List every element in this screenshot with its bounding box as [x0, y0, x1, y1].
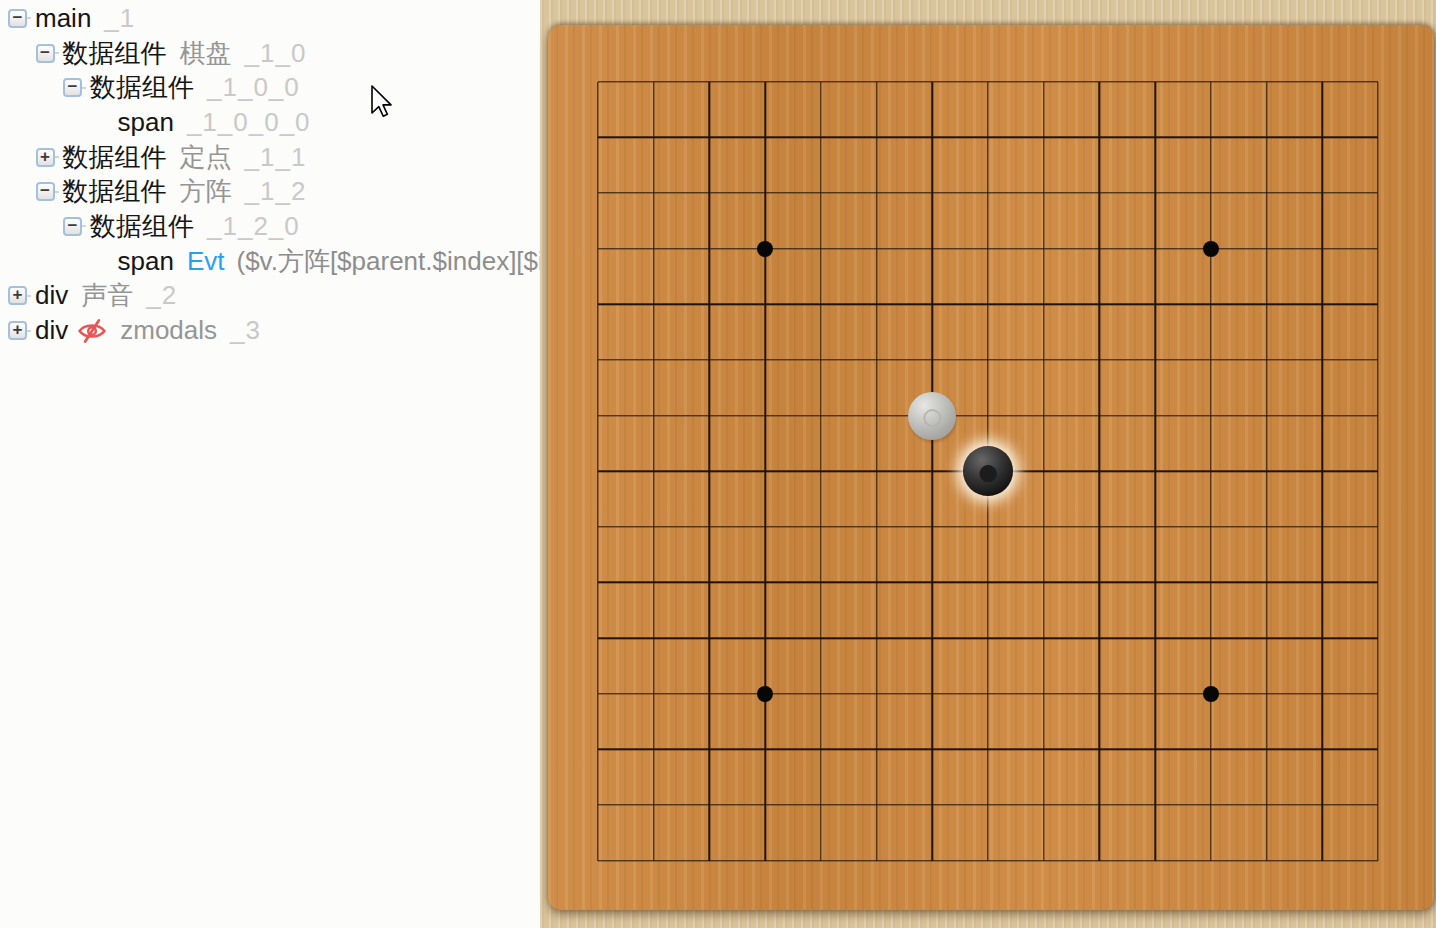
board-intersection[interactable]: [1239, 276, 1295, 332]
board-intersection[interactable]: [1350, 165, 1406, 221]
board-intersection[interactable]: [793, 54, 849, 110]
board-intersection[interactable]: [1016, 666, 1072, 722]
board-intersection[interactable]: [793, 276, 849, 332]
board-intersection[interactable]: [904, 332, 960, 388]
board-intersection[interactable]: [793, 499, 849, 555]
board-intersection[interactable]: [1072, 332, 1128, 388]
board-intersection[interactable]: [626, 722, 682, 778]
board-intersection[interactable]: [960, 499, 1016, 555]
board-intersection[interactable]: [793, 388, 849, 444]
star-point: [1203, 241, 1219, 257]
collapse-icon[interactable]: [63, 217, 82, 236]
board-intersection[interactable]: [904, 276, 960, 332]
board-intersection[interactable]: [737, 54, 793, 110]
board-intersection[interactable]: [904, 165, 960, 221]
board-intersection[interactable]: [793, 332, 849, 388]
node-id: _1_0_0_0: [187, 107, 311, 138]
board-intersection[interactable]: [1239, 221, 1295, 277]
board-intersection[interactable]: [1072, 54, 1128, 110]
board-intersection[interactable]: [570, 221, 626, 277]
board-intersection[interactable]: [1183, 276, 1239, 332]
tree-row[interactable]: 数据组件棋盘_1_0: [0, 36, 540, 71]
board-intersection[interactable]: [1239, 777, 1295, 833]
board-intersection[interactable]: [960, 276, 1016, 332]
board-intersection[interactable]: [1183, 443, 1239, 499]
board-intersection[interactable]: [904, 777, 960, 833]
board-intersection[interactable]: [682, 610, 738, 666]
board-intersection[interactable]: [849, 610, 905, 666]
board-intersection[interactable]: [570, 443, 626, 499]
board-intersection[interactable]: [1350, 110, 1406, 166]
board-intersection[interactable]: [737, 499, 793, 555]
board-intersection[interactable]: [626, 555, 682, 611]
board-intersection[interactable]: [849, 388, 905, 444]
board-intersection[interactable]: ●: [960, 443, 1016, 499]
board-intersection[interactable]: [626, 833, 682, 889]
board-intersection[interactable]: [1127, 555, 1183, 611]
board-intersection[interactable]: [682, 443, 738, 499]
board-intersection[interactable]: [1127, 722, 1183, 778]
board-intersection[interactable]: [737, 110, 793, 166]
board-intersection[interactable]: [1016, 110, 1072, 166]
node-id: _3: [230, 315, 261, 346]
board-intersection[interactable]: [1294, 555, 1350, 611]
board-intersection[interactable]: [1127, 276, 1183, 332]
board-intersection[interactable]: [849, 443, 905, 499]
board-intersection[interactable]: [1239, 388, 1295, 444]
board-intersection[interactable]: [1127, 110, 1183, 166]
board-intersection[interactable]: [1239, 110, 1295, 166]
board-intersection[interactable]: [1127, 54, 1183, 110]
board-intersection[interactable]: [1127, 666, 1183, 722]
board-intersection[interactable]: [737, 610, 793, 666]
board-intersection[interactable]: [737, 165, 793, 221]
board-intersection[interactable]: [1239, 499, 1295, 555]
node-id: _1_0_0: [207, 72, 300, 103]
board-intersection[interactable]: [682, 666, 738, 722]
board-intersection[interactable]: [1016, 54, 1072, 110]
board-intersection[interactable]: [1183, 722, 1239, 778]
board-intersection[interactable]: [960, 54, 1016, 110]
board-intersection[interactable]: [626, 332, 682, 388]
board-intersection[interactable]: [1294, 777, 1350, 833]
node-tag: main: [35, 3, 91, 34]
board-intersection[interactable]: [849, 165, 905, 221]
board-intersection[interactable]: [904, 499, 960, 555]
tree-row[interactable]: span_1_0_0_0: [0, 105, 540, 140]
collapse-icon[interactable]: [36, 182, 55, 201]
board-intersection[interactable]: [1016, 165, 1072, 221]
board-intersection[interactable]: [1183, 555, 1239, 611]
board-intersection[interactable]: [626, 110, 682, 166]
tree-row[interactable]: 数据组件定点_1_1: [0, 140, 540, 175]
board-intersection[interactable]: [1072, 499, 1128, 555]
board-intersection[interactable]: [682, 332, 738, 388]
board-intersection[interactable]: [1350, 610, 1406, 666]
board-intersection[interactable]: [737, 443, 793, 499]
board-intersection[interactable]: [849, 221, 905, 277]
board-intersection[interactable]: [737, 221, 793, 277]
board-intersection[interactable]: [1072, 276, 1128, 332]
board-intersection[interactable]: [682, 221, 738, 277]
collapse-icon[interactable]: [8, 9, 27, 28]
collapse-icon[interactable]: [36, 44, 55, 63]
board-intersection[interactable]: [1127, 443, 1183, 499]
goban-board: ○●: [548, 25, 1434, 910]
board-intersection[interactable]: [1183, 388, 1239, 444]
node-tag: 数据组件: [90, 70, 194, 105]
board-intersection[interactable]: ○: [904, 388, 960, 444]
board-intersection[interactable]: [1294, 610, 1350, 666]
node-tag: 数据组件: [90, 209, 194, 244]
board-intersection[interactable]: [737, 332, 793, 388]
board-intersection[interactable]: [626, 666, 682, 722]
star-point: [757, 686, 773, 702]
board-intersection[interactable]: [1016, 388, 1072, 444]
board-intersection[interactable]: [1294, 722, 1350, 778]
board-intersection[interactable]: [570, 276, 626, 332]
board-intersection[interactable]: [849, 833, 905, 889]
board-intersection[interactable]: [570, 388, 626, 444]
node-tag: span: [118, 107, 174, 138]
tree-row[interactable]: 数据组件_1_2_0: [0, 209, 540, 244]
node-id: _1_2_0: [207, 211, 300, 242]
black-stone: ●: [963, 446, 1013, 496]
board-intersection[interactable]: [626, 165, 682, 221]
board-intersection[interactable]: [626, 54, 682, 110]
node-event-tag: Evt: [187, 246, 225, 277]
board-intersection[interactable]: [1350, 221, 1406, 277]
board-intersection[interactable]: [960, 332, 1016, 388]
board-intersection[interactable]: [1072, 777, 1128, 833]
board-intersection[interactable]: [570, 833, 626, 889]
board-intersection[interactable]: [1127, 499, 1183, 555]
board-intersection[interactable]: [1016, 221, 1072, 277]
board-intersection[interactable]: [570, 722, 626, 778]
board-intersection[interactable]: [1294, 833, 1350, 889]
node-id: _1_2: [245, 176, 307, 207]
board-intersection[interactable]: [1072, 165, 1128, 221]
board-stage: ○●: [540, 0, 1436, 928]
tree-row[interactable]: div声音_2: [0, 279, 540, 314]
board-intersection[interactable]: [570, 54, 626, 110]
board-intersection[interactable]: [682, 165, 738, 221]
board-intersection[interactable]: [1183, 499, 1239, 555]
board-intersection[interactable]: [904, 722, 960, 778]
node-id: _1_1: [245, 142, 307, 173]
mouse-cursor-icon: [371, 85, 393, 119]
node-id: _1: [104, 3, 135, 34]
tree-row[interactable]: spanEvt($v.方阵[$parent.$index][$in: [0, 244, 540, 279]
board-intersection[interactable]: [904, 221, 960, 277]
star-point: [757, 241, 773, 257]
board-intersection[interactable]: [793, 110, 849, 166]
board-intersection[interactable]: [793, 165, 849, 221]
node-tag: 数据组件: [63, 36, 167, 71]
board-intersection[interactable]: [570, 332, 626, 388]
board-intersection[interactable]: [1127, 332, 1183, 388]
board-intersection[interactable]: [793, 555, 849, 611]
board-intersection[interactable]: [1350, 833, 1406, 889]
board-intersection[interactable]: [1072, 722, 1128, 778]
node-tag: 数据组件: [63, 174, 167, 209]
board-intersection[interactable]: [1350, 332, 1406, 388]
board-intersection[interactable]: [1239, 165, 1295, 221]
board-intersection[interactable]: [1072, 666, 1128, 722]
node-id: _1_0: [245, 38, 307, 69]
board-intersection[interactable]: [737, 722, 793, 778]
board-intersection[interactable]: [849, 722, 905, 778]
board-intersection[interactable]: [1183, 833, 1239, 889]
board-intersection[interactable]: [682, 833, 738, 889]
board-intersection[interactable]: [1127, 165, 1183, 221]
board-intersection[interactable]: [1127, 388, 1183, 444]
board-intersection[interactable]: [849, 555, 905, 611]
board-intersection[interactable]: [737, 666, 793, 722]
board-intersection[interactable]: [960, 666, 1016, 722]
node-tag: div: [35, 280, 68, 311]
board-intersection[interactable]: [570, 777, 626, 833]
board-intersection[interactable]: [1350, 666, 1406, 722]
board-intersection[interactable]: [1350, 54, 1406, 110]
board-intersection[interactable]: [682, 499, 738, 555]
expand-icon[interactable]: [36, 148, 55, 167]
board-intersection[interactable]: [1183, 777, 1239, 833]
board-intersection[interactable]: [793, 610, 849, 666]
board-intersection[interactable]: [904, 54, 960, 110]
board-intersection[interactable]: [1072, 443, 1128, 499]
board-intersection[interactable]: [570, 499, 626, 555]
board-intersection[interactable]: [570, 610, 626, 666]
board-intersection[interactable]: [682, 110, 738, 166]
board-intersection[interactable]: [960, 221, 1016, 277]
board-intersection[interactable]: [1183, 110, 1239, 166]
board-intersection[interactable]: [1350, 722, 1406, 778]
board-intersection[interactable]: [1183, 666, 1239, 722]
board-intersection[interactable]: [904, 110, 960, 166]
board-intersection[interactable]: [682, 388, 738, 444]
node-label: 棋盘: [180, 36, 232, 71]
board-intersection[interactable]: [1183, 332, 1239, 388]
board-intersection[interactable]: [1016, 610, 1072, 666]
board-intersection[interactable]: [737, 833, 793, 889]
board-intersection[interactable]: [1072, 833, 1128, 889]
board-intersection[interactable]: [1072, 221, 1128, 277]
board-intersection[interactable]: [737, 388, 793, 444]
board-intersection[interactable]: [682, 276, 738, 332]
board-intersection[interactable]: [570, 165, 626, 221]
board-intersection[interactable]: [793, 722, 849, 778]
board-intersection[interactable]: [626, 499, 682, 555]
board-intersection[interactable]: [1294, 221, 1350, 277]
board-intersection[interactable]: [1016, 722, 1072, 778]
board-intersection[interactable]: [1072, 388, 1128, 444]
board-intersection[interactable]: [1294, 666, 1350, 722]
board-intersection[interactable]: [960, 110, 1016, 166]
board-intersection[interactable]: [1350, 276, 1406, 332]
node-label: 方阵: [180, 174, 232, 209]
board-intersection[interactable]: [737, 276, 793, 332]
board-intersection[interactable]: [737, 555, 793, 611]
board-intersection[interactable]: [849, 777, 905, 833]
board-intersection[interactable]: [1294, 165, 1350, 221]
expand-icon[interactable]: [8, 286, 27, 305]
board-intersection[interactable]: [960, 555, 1016, 611]
board-intersection[interactable]: [1072, 610, 1128, 666]
board-intersection[interactable]: [1016, 276, 1072, 332]
node-id: _2: [146, 280, 177, 311]
collapse-icon[interactable]: [63, 78, 82, 97]
white-stone: ○: [908, 392, 956, 440]
board-intersection[interactable]: [960, 165, 1016, 221]
board-intersection[interactable]: [682, 722, 738, 778]
board-intersection[interactable]: [1350, 499, 1406, 555]
board-intersection[interactable]: [1294, 276, 1350, 332]
board-intersection[interactable]: [960, 833, 1016, 889]
board-intersection[interactable]: [849, 499, 905, 555]
board-intersection[interactable]: [793, 833, 849, 889]
board-intersection[interactable]: [1127, 221, 1183, 277]
board-intersection[interactable]: [793, 777, 849, 833]
board-intersection[interactable]: [1294, 443, 1350, 499]
node-label: zmodals: [120, 315, 217, 346]
board-intersection[interactable]: [1239, 610, 1295, 666]
board-intersection[interactable]: [960, 722, 1016, 778]
board-intersection[interactable]: [849, 276, 905, 332]
board-intersection[interactable]: [904, 610, 960, 666]
node-tag: div: [35, 315, 68, 346]
board-intersection[interactable]: [1072, 555, 1128, 611]
board-intersection[interactable]: [1239, 555, 1295, 611]
star-point: [1203, 686, 1219, 702]
board-intersection[interactable]: [1016, 777, 1072, 833]
board-intersection[interactable]: [570, 555, 626, 611]
board-intersection[interactable]: [1350, 555, 1406, 611]
board-intersection[interactable]: [737, 777, 793, 833]
node-tag: 数据组件: [63, 140, 167, 175]
tree-row[interactable]: divzmodals_3: [0, 313, 540, 348]
board-intersection[interactable]: [626, 443, 682, 499]
node-label: 定点: [180, 140, 232, 175]
tree-row[interactable]: 数据组件方阵_1_2: [0, 174, 540, 209]
board-intersection[interactable]: [1183, 221, 1239, 277]
board-intersection[interactable]: [849, 110, 905, 166]
board-intersection[interactable]: [1294, 54, 1350, 110]
board-intersection[interactable]: [904, 833, 960, 889]
board-intersection[interactable]: [1350, 777, 1406, 833]
component-tree: main_1数据组件棋盘_1_0数据组件_1_0_0span_1_0_0_0数据…: [0, 0, 540, 928]
board-intersection[interactable]: [1127, 833, 1183, 889]
board-intersection[interactable]: [1294, 332, 1350, 388]
board-intersection[interactable]: [1294, 499, 1350, 555]
board-intersection[interactable]: [682, 555, 738, 611]
board-intersection[interactable]: [1127, 777, 1183, 833]
tree-row[interactable]: main_1: [0, 1, 540, 36]
board-intersection[interactable]: [1239, 54, 1295, 110]
node-label: 声音: [81, 278, 133, 313]
board-intersection[interactable]: [1127, 610, 1183, 666]
board-intersection[interactable]: [1183, 54, 1239, 110]
node-binding-expression: ($v.方阵[$parent.$index][$in: [236, 244, 540, 279]
board-intersection[interactable]: [960, 610, 1016, 666]
board-intersection[interactable]: [1239, 666, 1295, 722]
board-intersection[interactable]: [904, 443, 960, 499]
board-intersection[interactable]: [682, 777, 738, 833]
board-intersection[interactable]: [1016, 555, 1072, 611]
board-intersection[interactable]: [1016, 443, 1072, 499]
board-intersection[interactable]: [1016, 499, 1072, 555]
board-intersection[interactable]: [960, 388, 1016, 444]
board-intersection[interactable]: [1239, 443, 1295, 499]
board-intersection[interactable]: [849, 332, 905, 388]
board-intersection[interactable]: [1016, 332, 1072, 388]
board-intersection[interactable]: [570, 110, 626, 166]
board-intersection[interactable]: [793, 221, 849, 277]
board-intersection[interactable]: [570, 666, 626, 722]
board-intersection[interactable]: [904, 555, 960, 611]
board-intersection[interactable]: [626, 610, 682, 666]
goban-grid: ○●: [570, 54, 1406, 889]
node-tag: span: [118, 246, 174, 277]
board-intersection[interactable]: [1350, 388, 1406, 444]
board-intersection[interactable]: [1072, 110, 1128, 166]
board-intersection[interactable]: [1016, 833, 1072, 889]
board-intersection[interactable]: [793, 666, 849, 722]
board-intersection[interactable]: [904, 666, 960, 722]
board-intersection[interactable]: [1350, 443, 1406, 499]
board-intersection[interactable]: [682, 54, 738, 110]
board-intersection[interactable]: [849, 54, 905, 110]
board-intersection[interactable]: [626, 276, 682, 332]
board-intersection[interactable]: [626, 388, 682, 444]
tree-row[interactable]: 数据组件_1_0_0: [0, 70, 540, 105]
board-intersection[interactable]: [849, 666, 905, 722]
board-intersection[interactable]: [1183, 610, 1239, 666]
expand-icon[interactable]: [8, 321, 27, 340]
board-intersection[interactable]: [793, 443, 849, 499]
board-intersection[interactable]: [1239, 332, 1295, 388]
board-intersection[interactable]: [1183, 165, 1239, 221]
board-intersection[interactable]: [960, 777, 1016, 833]
board-intersection[interactable]: [626, 777, 682, 833]
board-intersection[interactable]: [1239, 722, 1295, 778]
board-intersection[interactable]: [1239, 833, 1295, 889]
board-intersection[interactable]: [626, 221, 682, 277]
hidden-eye-icon[interactable]: [77, 318, 107, 344]
board-intersection[interactable]: [1294, 110, 1350, 166]
board-intersection[interactable]: [1294, 388, 1350, 444]
